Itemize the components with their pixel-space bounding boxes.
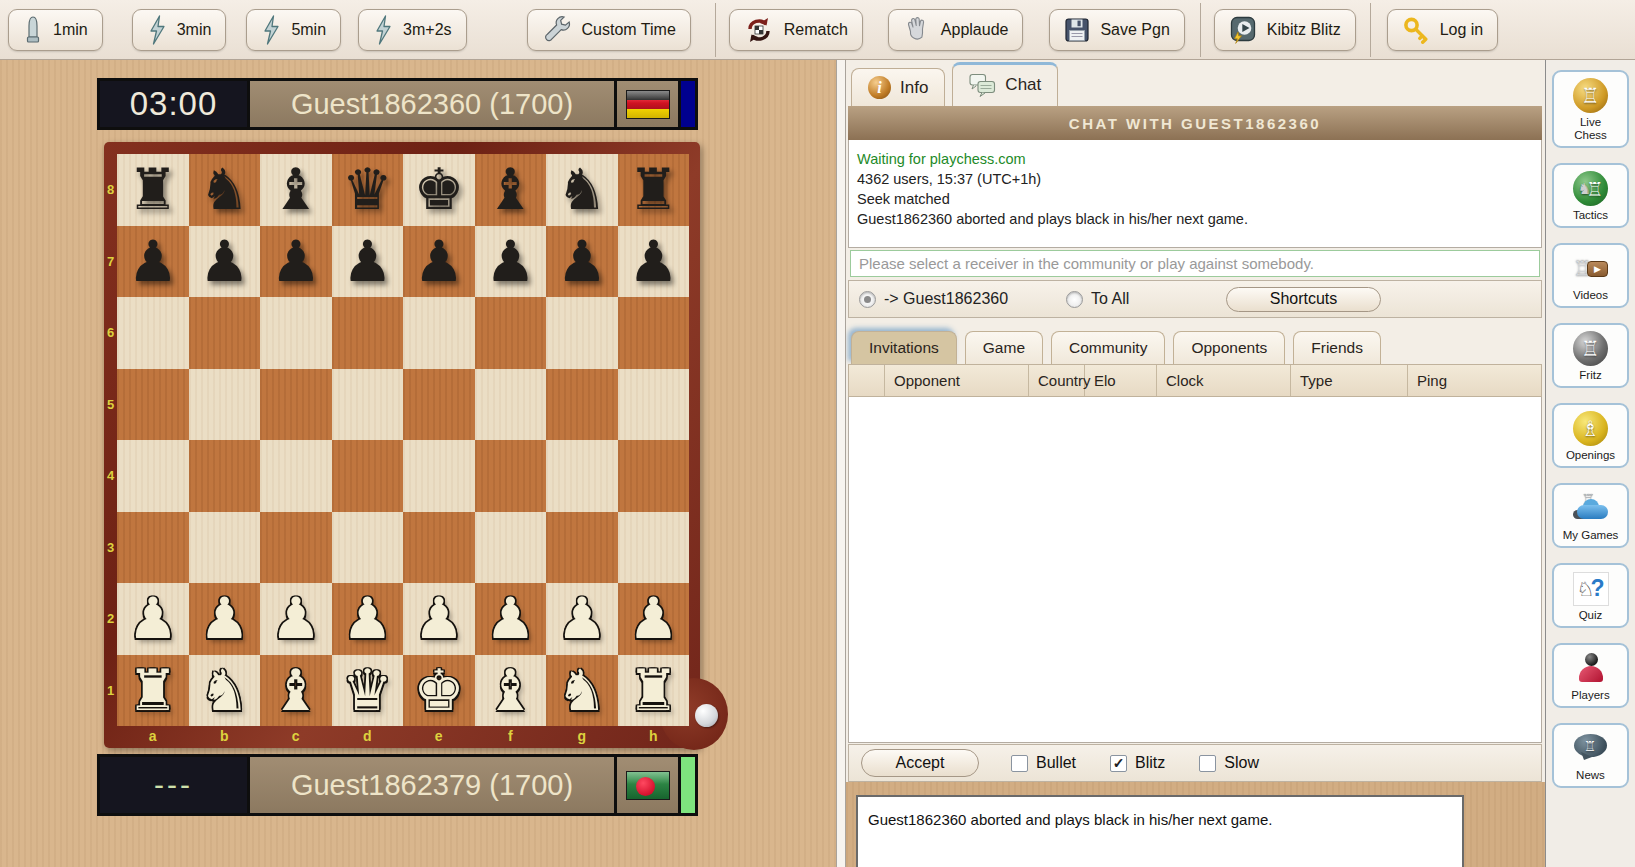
accept-button[interactable]: Accept [861, 749, 979, 777]
square-a1[interactable]: ♜ [117, 655, 189, 727]
square-e4[interactable] [403, 440, 475, 512]
square-f6[interactable] [475, 297, 547, 369]
square-h4[interactable] [618, 440, 690, 512]
sidebar-item-players[interactable]: Players [1552, 643, 1629, 708]
sidebar-item-label: My Games [1563, 529, 1619, 542]
invitations-table-body [848, 397, 1542, 743]
square-g3[interactable] [546, 512, 618, 584]
tab-label: Chat [1005, 75, 1041, 95]
lightning-icon [261, 15, 281, 45]
column-header-elo[interactable]: Elo [1085, 365, 1157, 396]
square-f1[interactable]: ♝ [475, 655, 547, 727]
chat-header: CHAT WITH GUEST1862360 [848, 106, 1542, 140]
live-chess-icon: ♖ [1573, 77, 1608, 114]
square-a2[interactable]: ♟ [117, 583, 189, 655]
square-c4[interactable] [260, 440, 332, 512]
status-message: Guest1862360 aborted and plays black in … [868, 811, 1272, 828]
filter-bullet[interactable]: Bullet [1011, 754, 1076, 772]
sidebar-item-my-games[interactable]: ♖My Games [1552, 483, 1629, 548]
square-f4[interactable] [475, 440, 547, 512]
chess-board: 87654321 ♜♞♝♛♚♝♞♜♟♟♟♟♟♟♟♟♟♟♟♟♟♟♟♟♜♞♝♛♚♝♞… [104, 142, 700, 748]
applaud-icon [903, 16, 931, 44]
black-knight[interactable]: ♞ [199, 161, 250, 218]
chat-icon [969, 73, 996, 97]
black-pawn[interactable]: ♟ [413, 233, 464, 290]
white-pawn[interactable]: ♟ [199, 590, 250, 647]
accept-row: Accept Bullet✓BlitzSlow [848, 744, 1542, 782]
white-pawn[interactable]: ♟ [127, 590, 178, 647]
square-b1[interactable]: ♞ [189, 655, 261, 727]
square-g1[interactable]: ♞ [546, 655, 618, 727]
file-label-e: e [403, 727, 475, 747]
white-bishop[interactable]: ♝ [485, 662, 536, 719]
button-label: Save Pgn [1100, 21, 1169, 39]
square-c5[interactable] [260, 369, 332, 441]
white-pawn[interactable]: ♟ [413, 590, 464, 647]
button-label: 3m+2s [403, 21, 451, 39]
receiver-option-guest1862360[interactable]: -> Guest1862360 [859, 290, 1008, 308]
checkbox-slow[interactable] [1199, 755, 1216, 772]
fritz-icon: ♖ [1573, 330, 1608, 367]
square-e2[interactable]: ♟ [403, 583, 475, 655]
square-h3[interactable] [618, 512, 690, 584]
square-e1[interactable]: ♚ [403, 655, 475, 727]
chat-panel-tabs: iInfoChat [851, 65, 1058, 107]
black-queen[interactable]: ♛ [342, 161, 393, 218]
chat-message: 4362 users, 15:37 (UTC+1h) [857, 169, 1533, 189]
black-pawn[interactable]: ♟ [485, 233, 536, 290]
white-player-name: Guest1862379 (1700) [250, 757, 614, 813]
chat-messages: Waiting for playchess.com4362 users, 15:… [848, 140, 1542, 248]
chat-message: Seek matched [857, 189, 1533, 209]
toolbar-divider [1200, 3, 1201, 57]
rank-label-1: 1 [104, 655, 117, 727]
white-side-strip [678, 757, 695, 813]
square-h6[interactable] [618, 297, 690, 369]
square-d5[interactable] [332, 369, 404, 441]
button-label: Log in [1440, 21, 1484, 39]
file-label-a: a [117, 727, 189, 747]
square-d6[interactable] [332, 297, 404, 369]
button-label: 5min [291, 21, 326, 39]
black-side-strip [678, 81, 695, 127]
square-f7[interactable]: ♟ [475, 226, 547, 298]
tab-friends[interactable]: Friends [1293, 331, 1381, 364]
bangladesh-flag-icon [626, 771, 670, 800]
button-label: Applaude [941, 21, 1009, 39]
sidebar-item-label: Videos [1573, 289, 1608, 302]
square-d2[interactable]: ♟ [332, 583, 404, 655]
white-rook[interactable]: ♜ [628, 662, 679, 719]
log-in-button[interactable]: Log in [1387, 9, 1499, 51]
chat-panel: iInfoChat CHAT WITH GUEST1862360 Waiting… [846, 60, 1545, 867]
square-c8[interactable]: ♝ [260, 154, 332, 226]
square-e5[interactable] [403, 369, 475, 441]
square-d7[interactable]: ♟ [332, 226, 404, 298]
white-rook[interactable]: ♜ [127, 662, 178, 719]
sidebar-item-label: Players [1571, 689, 1609, 702]
bullet-icon [23, 15, 43, 45]
column-header-country[interactable]: Country [1029, 365, 1085, 396]
quiz-icon: ♘? [1574, 570, 1608, 607]
videos-icon: ♖▶ [1573, 250, 1608, 287]
square-a6[interactable] [117, 297, 189, 369]
square-g4[interactable] [546, 440, 618, 512]
rank-label-5: 5 [104, 369, 117, 441]
square-c2[interactable]: ♟ [260, 583, 332, 655]
white-knight[interactable]: ♞ [556, 662, 607, 719]
rank-label-4: 4 [104, 440, 117, 512]
black-rook[interactable]: ♜ [127, 161, 178, 218]
tactics-icon: ♞♖ [1573, 170, 1608, 207]
square-e3[interactable] [403, 512, 475, 584]
black-pawn[interactable]: ♟ [199, 233, 250, 290]
sidebar-item-label: Live Chess [1570, 116, 1612, 142]
news-icon: ♖ [1573, 730, 1609, 767]
square-d8[interactable]: ♛ [332, 154, 404, 226]
save-pgn-button[interactable]: Save Pgn [1049, 9, 1184, 51]
filter-label: Blitz [1135, 754, 1165, 772]
square-c6[interactable] [260, 297, 332, 369]
black-flag [614, 81, 678, 127]
column-header-clock[interactable]: Clock [1157, 365, 1291, 396]
square-f8[interactable]: ♝ [475, 154, 547, 226]
sidebar-item-label: Quiz [1579, 609, 1603, 622]
sidebar-item-tactics[interactable]: ♞♖Tactics [1552, 163, 1629, 228]
1min-button[interactable]: 1min [8, 9, 103, 51]
my-games-icon: ♖ [1573, 490, 1609, 527]
file-label-c: c [260, 727, 332, 747]
list-tabs: InvitationsGameCommunityOpponentsFriends [851, 326, 1381, 364]
sidebar-item-label: Openings [1566, 449, 1615, 462]
black-player-name: Guest1862360 (1700) [250, 81, 614, 127]
panel-divider [836, 60, 846, 867]
white-king[interactable]: ♚ [413, 662, 464, 719]
lightning-icon [147, 15, 167, 45]
wrench-icon [542, 15, 572, 45]
button-label: Kibitz Blitz [1267, 21, 1341, 39]
player-bar-black: 03:00 Guest1862360 (1700) [97, 78, 698, 130]
square-g8[interactable]: ♞ [546, 154, 618, 226]
square-g5[interactable] [546, 369, 618, 441]
white-pawn[interactable]: ♟ [342, 590, 393, 647]
toolbar-divider [1370, 3, 1371, 57]
file-label-g: g [546, 727, 618, 747]
button-label: 3min [177, 21, 212, 39]
kibitz-blitz-button[interactable]: Kibitz Blitz [1214, 9, 1356, 51]
square-b6[interactable] [189, 297, 261, 369]
square-g6[interactable] [546, 297, 618, 369]
white-pawn[interactable]: ♟ [556, 590, 607, 647]
white-flag [614, 757, 678, 813]
file-label-f: f [475, 727, 547, 747]
openings-icon: ♗ [1573, 410, 1608, 447]
black-pawn[interactable]: ♟ [556, 233, 607, 290]
3m-2s-button[interactable]: 3m+2s [358, 9, 466, 51]
square-b2[interactable]: ♟ [189, 583, 261, 655]
filter-blitz[interactable]: ✓Blitz [1110, 754, 1165, 772]
rank-labels: 87654321 [104, 154, 117, 726]
square-a4[interactable] [117, 440, 189, 512]
black-clock: 03:00 [100, 81, 250, 127]
rank-label-8: 8 [104, 154, 117, 226]
white-clock: --- [100, 757, 250, 813]
sidebar-item-quiz[interactable]: ♘?Quiz [1552, 563, 1629, 628]
square-b3[interactable] [189, 512, 261, 584]
filter-slow[interactable]: Slow [1199, 754, 1259, 772]
tab-community[interactable]: Community [1051, 331, 1165, 364]
checkbox-bullet[interactable] [1011, 755, 1028, 772]
radio-label: -> Guest1862360 [884, 290, 1008, 308]
black-king[interactable]: ♚ [413, 161, 464, 218]
square-b5[interactable] [189, 369, 261, 441]
square-f5[interactable] [475, 369, 547, 441]
sidebar-item-label: News [1576, 769, 1605, 782]
square-g7[interactable]: ♟ [546, 226, 618, 298]
lightning-icon [373, 15, 393, 45]
square-d4[interactable] [332, 440, 404, 512]
column-header-select[interactable] [849, 365, 885, 396]
filter-label: Slow [1224, 754, 1259, 772]
white-pawn[interactable]: ♟ [628, 590, 679, 647]
sidebar-item-label: Fritz [1579, 369, 1601, 382]
filter-label: Bullet [1036, 754, 1076, 772]
black-pawn[interactable]: ♟ [127, 233, 178, 290]
sidebar-item-openings[interactable]: ♗Openings [1552, 403, 1629, 468]
receiver-row: -> Guest1862360To All Shortcuts [848, 280, 1542, 318]
square-c3[interactable] [260, 512, 332, 584]
square-b4[interactable] [189, 440, 261, 512]
column-header-type[interactable]: Type [1291, 365, 1408, 396]
rank-label-7: 7 [104, 226, 117, 298]
square-d3[interactable] [332, 512, 404, 584]
chat-input[interactable] [850, 250, 1540, 277]
square-b7[interactable]: ♟ [189, 226, 261, 298]
square-f2[interactable]: ♟ [475, 583, 547, 655]
black-rook[interactable]: ♜ [628, 161, 679, 218]
white-queen[interactable]: ♛ [342, 662, 393, 719]
square-g2[interactable]: ♟ [546, 583, 618, 655]
file-label-d: d [332, 727, 404, 747]
3min-button[interactable]: 3min [132, 9, 227, 51]
chat-message: Guest1862360 aborted and plays black in … [857, 209, 1533, 229]
rank-label-6: 6 [104, 297, 117, 369]
rematch-icon [744, 16, 774, 44]
radio-button[interactable] [859, 291, 876, 308]
button-label: Rematch [784, 21, 848, 39]
square-b8[interactable]: ♞ [189, 154, 261, 226]
shortcuts-button[interactable]: Shortcuts [1226, 287, 1381, 312]
file-label-b: b [189, 727, 261, 747]
square-h1[interactable]: ♜ [618, 655, 690, 727]
status-message-box: Guest1862360 aborted and plays black in … [856, 795, 1464, 867]
radio-label: To All [1091, 290, 1129, 308]
square-h5[interactable] [618, 369, 690, 441]
file-labels: abcdefgh [117, 727, 689, 747]
key-icon [1402, 16, 1430, 44]
white-bishop[interactable]: ♝ [270, 662, 321, 719]
square-c7[interactable]: ♟ [260, 226, 332, 298]
square-a7[interactable]: ♟ [117, 226, 189, 298]
square-a8[interactable]: ♜ [117, 154, 189, 226]
white-knight[interactable]: ♞ [199, 662, 250, 719]
square-d1[interactable]: ♛ [332, 655, 404, 727]
file-label-h: h [618, 727, 690, 747]
player-bar-white: --- Guest1862379 (1700) [97, 754, 698, 816]
square-e7[interactable]: ♟ [403, 226, 475, 298]
black-pawn[interactable]: ♟ [270, 233, 321, 290]
applaude-button[interactable]: Applaude [888, 9, 1024, 51]
tab-info[interactable]: iInfo [851, 68, 945, 107]
black-knight[interactable]: ♞ [556, 161, 607, 218]
custom-time-button[interactable]: Custom Time [527, 9, 691, 51]
button-label: 1min [53, 21, 88, 39]
receiver-option-to-all[interactable]: To All [1066, 290, 1129, 308]
white-pawn[interactable]: ♟ [270, 590, 321, 647]
black-pawn[interactable]: ♟ [628, 233, 679, 290]
tab-label: Info [900, 78, 928, 98]
kibitz-icon [1229, 15, 1257, 45]
square-a5[interactable] [117, 369, 189, 441]
square-h8[interactable]: ♜ [618, 154, 690, 226]
sidebar-item-videos[interactable]: ♖▶Videos [1552, 243, 1629, 308]
sidebar-item-news[interactable]: ♖News [1552, 723, 1629, 788]
sidebar-item-live-chess[interactable]: ♖Live Chess [1552, 70, 1629, 148]
black-bishop[interactable]: ♝ [485, 161, 536, 218]
square-h7[interactable]: ♟ [618, 226, 690, 298]
5min-button[interactable]: 5min [246, 9, 341, 51]
tab-opponents[interactable]: Opponents [1173, 331, 1285, 364]
black-pawn[interactable]: ♟ [342, 233, 393, 290]
black-bishop[interactable]: ♝ [270, 161, 321, 218]
white-to-move-indicator [695, 704, 718, 727]
column-header-opponent[interactable]: Opponent [885, 365, 1029, 396]
chat-message: Waiting for playchess.com [857, 149, 1533, 169]
toolbar: 1min3min5min3m+2sCustom TimeRematchAppla… [0, 0, 1635, 60]
square-h2[interactable]: ♟ [618, 583, 690, 655]
button-label: Custom Time [582, 21, 676, 39]
radio-button[interactable] [1066, 291, 1083, 308]
column-header-ping[interactable]: Ping [1408, 365, 1541, 396]
square-f3[interactable] [475, 512, 547, 584]
white-pawn[interactable]: ♟ [485, 590, 536, 647]
square-c1[interactable]: ♝ [260, 655, 332, 727]
germany-flag-icon [626, 90, 670, 119]
square-a3[interactable] [117, 512, 189, 584]
players-icon [1576, 650, 1606, 687]
board-grid: ♜♞♝♛♚♝♞♜♟♟♟♟♟♟♟♟♟♟♟♟♟♟♟♟♜♞♝♛♚♝♞♜ [117, 154, 689, 726]
app-sidebar: ♖Live Chess♞♖Tactics♖▶Videos♖Fritz♗Openi… [1545, 60, 1635, 867]
rank-label-3: 3 [104, 512, 117, 584]
floppy-icon [1064, 17, 1090, 43]
info-icon: i [868, 76, 891, 99]
tab-invitations[interactable]: Invitations [851, 331, 957, 364]
rematch-button[interactable]: Rematch [729, 9, 863, 51]
sidebar-item-fritz[interactable]: ♖Fritz [1552, 323, 1629, 388]
tab-game[interactable]: Game [965, 331, 1043, 364]
info-icon: i [868, 76, 891, 99]
toolbar-divider [715, 3, 716, 57]
sidebar-item-label: Tactics [1573, 209, 1608, 222]
rank-label-2: 2 [104, 583, 117, 655]
invitations-table-header: OpponentCountryEloClockTypePing [848, 364, 1542, 397]
square-e6[interactable] [403, 297, 475, 369]
checkbox-blitz[interactable]: ✓ [1110, 755, 1127, 772]
tab-chat[interactable]: Chat [952, 62, 1058, 108]
square-e8[interactable]: ♚ [403, 154, 475, 226]
